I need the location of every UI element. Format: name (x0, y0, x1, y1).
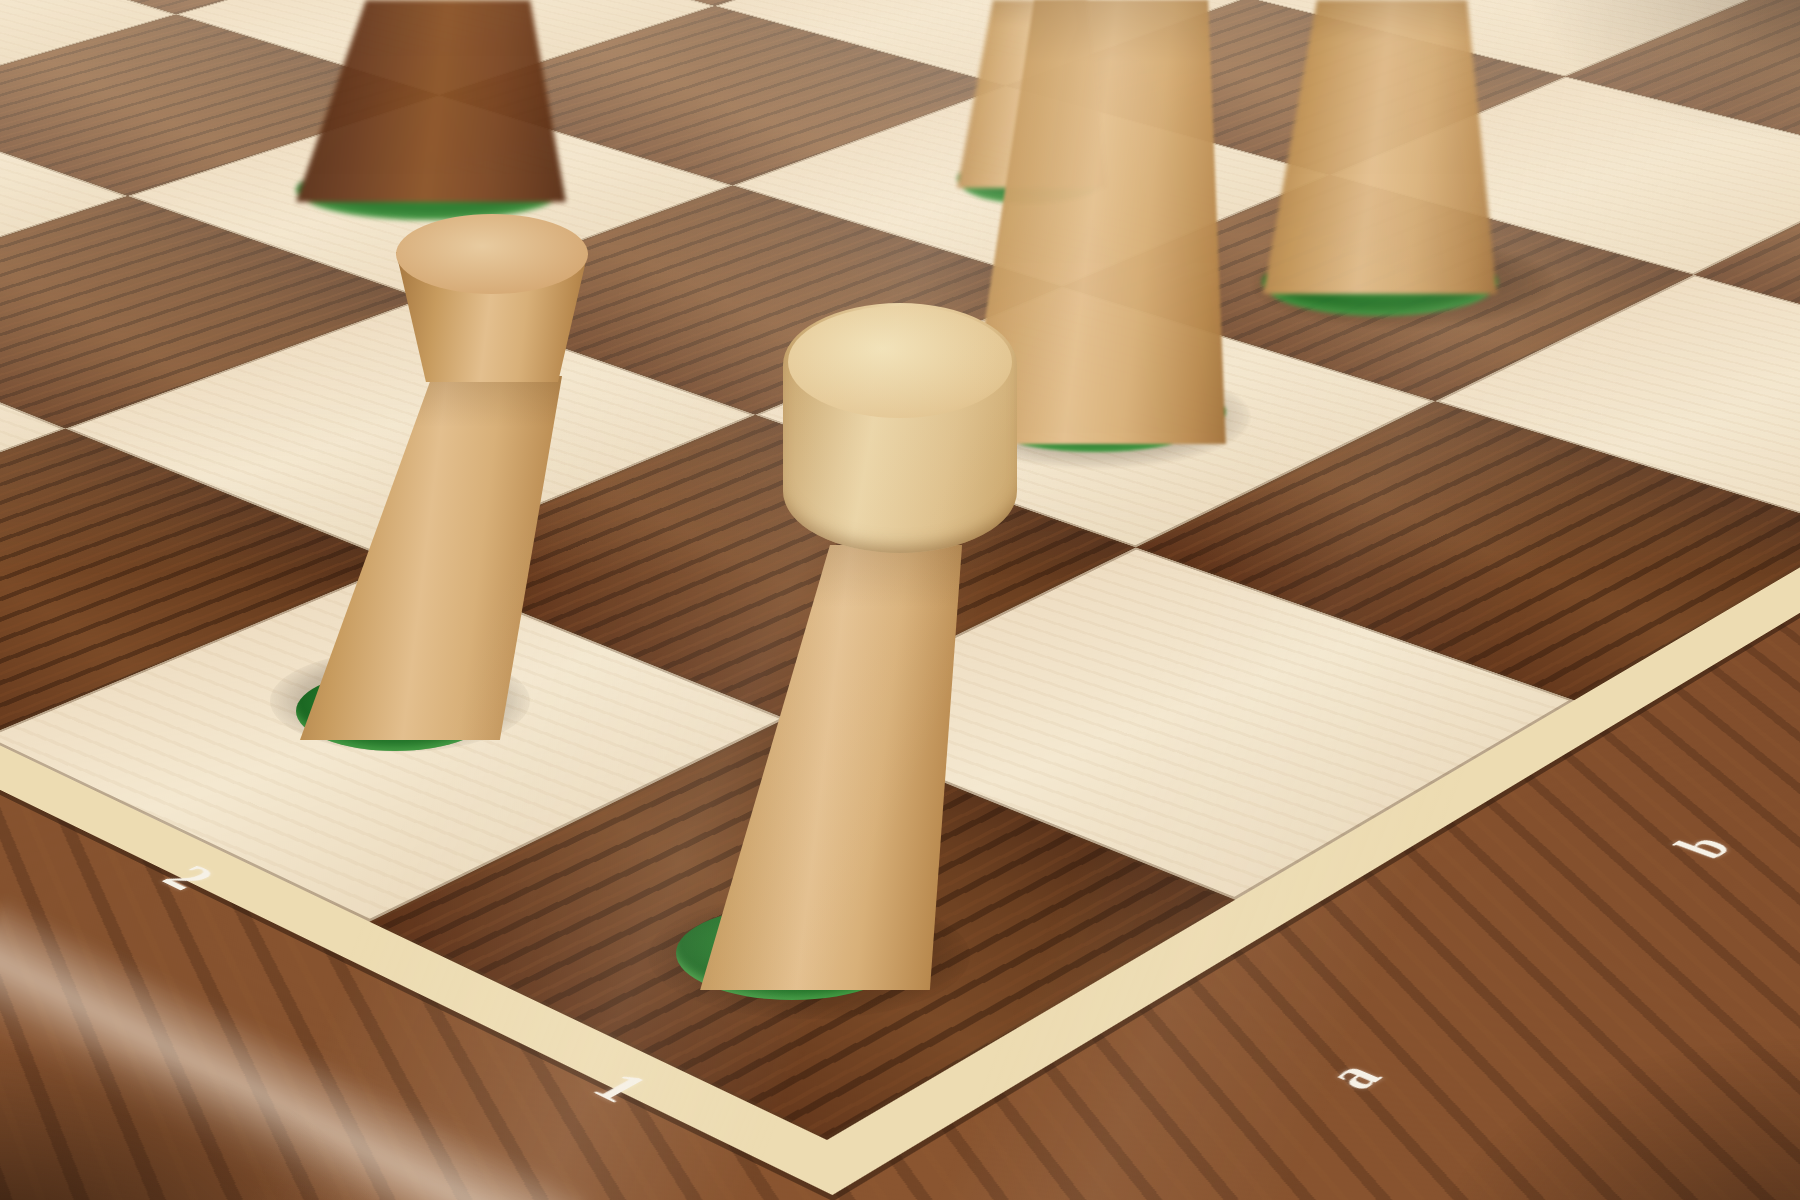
piece-part-captop (788, 306, 1012, 418)
file-label-a: a (1131, 966, 1569, 1194)
chessboard-photo-scene: 12ab ♖♙♕♔♙♚ (0, 0, 1800, 1200)
file-label-b: b (1503, 756, 1800, 945)
piece-part-disctop (396, 214, 588, 294)
